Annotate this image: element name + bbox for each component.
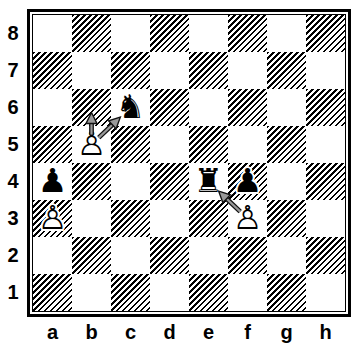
file-label-c: c: [111, 321, 150, 343]
rank-label-3: 3: [2, 200, 24, 237]
rank-label-5: 5: [2, 126, 24, 163]
file-label-d: d: [150, 321, 189, 343]
square-g7[interactable]: [267, 52, 306, 89]
piece-black-pawn-a4[interactable]: ♟: [33, 163, 72, 200]
square-d5[interactable]: [150, 126, 189, 163]
rank-label-8: 8: [2, 15, 24, 52]
white-pawn-icon: ♙: [228, 199, 267, 236]
square-g1[interactable]: [267, 274, 306, 311]
file-label-a: a: [33, 321, 72, 343]
piece-white-pawn-b5[interactable]: ♟♙: [72, 126, 111, 163]
file-label-b: b: [72, 321, 111, 343]
square-d8[interactable]: [150, 15, 189, 52]
square-e6[interactable]: [189, 89, 228, 126]
square-h1[interactable]: [306, 274, 345, 311]
square-g5[interactable]: [267, 126, 306, 163]
square-c6[interactable]: ♞: [111, 89, 150, 126]
black-rook-icon: ♜: [189, 162, 228, 199]
square-a1[interactable]: [33, 274, 72, 311]
square-d2[interactable]: [150, 237, 189, 274]
square-e1[interactable]: [189, 274, 228, 311]
square-b3[interactable]: [72, 200, 111, 237]
white-pawn-icon: ♙: [33, 199, 72, 236]
square-f8[interactable]: [228, 15, 267, 52]
file-label-f: f: [228, 321, 267, 343]
square-b1[interactable]: [72, 274, 111, 311]
square-f3[interactable]: ♟♙: [228, 200, 267, 237]
square-d6[interactable]: [150, 89, 189, 126]
square-d7[interactable]: [150, 52, 189, 89]
square-b8[interactable]: [72, 15, 111, 52]
rank-label-6: 6: [2, 89, 24, 126]
square-a3[interactable]: ♟♙: [33, 200, 72, 237]
piece-black-pawn-f4[interactable]: ♟: [228, 163, 267, 200]
square-c5[interactable]: [111, 126, 150, 163]
file-label-e: e: [189, 321, 228, 343]
black-pawn-icon: ♟: [228, 162, 267, 199]
square-c3[interactable]: [111, 200, 150, 237]
square-g6[interactable]: [267, 89, 306, 126]
black-pawn-icon: ♟: [33, 162, 72, 199]
white-pawn-icon: ♙: [72, 125, 111, 162]
square-a7[interactable]: [33, 52, 72, 89]
square-e5[interactable]: [189, 126, 228, 163]
file-label-h: h: [306, 321, 345, 343]
square-c4[interactable]: [111, 163, 150, 200]
square-f4[interactable]: ♟: [228, 163, 267, 200]
chessboard: ♞♟♙♟♜♟♟♙♟♙: [33, 15, 345, 311]
square-e4[interactable]: ♜: [189, 163, 228, 200]
square-c7[interactable]: [111, 52, 150, 89]
square-d4[interactable]: [150, 163, 189, 200]
square-h7[interactable]: [306, 52, 345, 89]
square-g3[interactable]: [267, 200, 306, 237]
square-b5[interactable]: ♟♙: [72, 126, 111, 163]
square-g8[interactable]: [267, 15, 306, 52]
square-f2[interactable]: [228, 237, 267, 274]
rank-label-1: 1: [2, 274, 24, 311]
chess-diagram: 87654321 abcdefgh ♞♟♙♟♜♟♟♙♟♙: [0, 0, 361, 344]
square-h5[interactable]: [306, 126, 345, 163]
square-b6[interactable]: [72, 89, 111, 126]
rank-label-4: 4: [2, 163, 24, 200]
square-d3[interactable]: [150, 200, 189, 237]
board-area: ♞♟♙♟♜♟♟♙♟♙: [32, 14, 346, 312]
piece-black-rook-e4[interactable]: ♜: [189, 163, 228, 200]
square-h6[interactable]: [306, 89, 345, 126]
square-f5[interactable]: [228, 126, 267, 163]
rank-label-2: 2: [2, 237, 24, 274]
rank-label-7: 7: [2, 52, 24, 89]
square-h3[interactable]: [306, 200, 345, 237]
square-h2[interactable]: [306, 237, 345, 274]
piece-white-pawn-a3[interactable]: ♟♙: [33, 200, 72, 237]
square-c2[interactable]: [111, 237, 150, 274]
square-b4[interactable]: [72, 163, 111, 200]
square-a8[interactable]: [33, 15, 72, 52]
square-e7[interactable]: [189, 52, 228, 89]
square-d1[interactable]: [150, 274, 189, 311]
piece-white-pawn-f3[interactable]: ♟♙: [228, 200, 267, 237]
square-f1[interactable]: [228, 274, 267, 311]
square-a5[interactable]: [33, 126, 72, 163]
square-g4[interactable]: [267, 163, 306, 200]
piece-black-knight-c6[interactable]: ♞: [111, 89, 150, 126]
square-b7[interactable]: [72, 52, 111, 89]
square-c1[interactable]: [111, 274, 150, 311]
square-g2[interactable]: [267, 237, 306, 274]
file-label-g: g: [267, 321, 306, 343]
board-frame: ♞♟♙♟♜♟♟♙♟♙: [27, 9, 351, 317]
square-e8[interactable]: [189, 15, 228, 52]
square-a4[interactable]: ♟: [33, 163, 72, 200]
square-h8[interactable]: [306, 15, 345, 52]
black-knight-icon: ♞: [111, 88, 150, 125]
square-a6[interactable]: [33, 89, 72, 126]
square-a2[interactable]: [33, 237, 72, 274]
square-f7[interactable]: [228, 52, 267, 89]
square-f6[interactable]: [228, 89, 267, 126]
square-b2[interactable]: [72, 237, 111, 274]
square-h4[interactable]: [306, 163, 345, 200]
square-e3[interactable]: [189, 200, 228, 237]
square-e2[interactable]: [189, 237, 228, 274]
square-c8[interactable]: [111, 15, 150, 52]
